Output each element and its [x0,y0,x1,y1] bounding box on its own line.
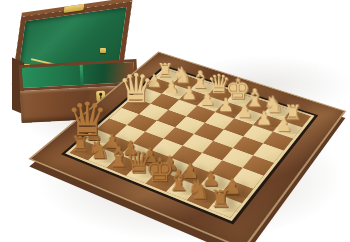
piece-golden-bishop[interactable]: ♝ [106,143,129,171]
square[interactable] [263,132,293,151]
brass-nameplate [64,4,85,13]
piece-golden-pawn[interactable]: ♟ [138,145,161,165]
square[interactable]: ♚ [225,92,253,108]
square[interactable] [194,123,224,141]
piece-golden-pawn[interactable]: ♟ [158,153,182,173]
piece-boxwood-pawn[interactable]: ♟ [197,90,218,108]
square[interactable]: ♛ [207,86,235,102]
piece-boxwood-bishop[interactable]: ♝ [189,68,209,92]
extra-boxwood-queen[interactable]: ♛ [117,68,155,108]
piece-boxwood-king[interactable]: ♚ [225,75,246,103]
square[interactable]: ♟ [162,84,190,100]
piece-golden-queen[interactable]: ♛ [125,148,149,178]
square[interactable] [232,168,264,189]
square[interactable]: ♝ [107,155,139,175]
brass-hinge-right [100,48,106,53]
square[interactable] [224,118,253,136]
square[interactable] [202,141,233,160]
extra-golden-queen[interactable]: ♛ [66,96,108,142]
square[interactable]: ♟ [199,173,232,195]
square[interactable]: ♚ [146,170,179,191]
square[interactable]: ♝ [244,98,272,115]
square[interactable] [168,100,197,117]
piece-golden-pawn[interactable]: ♟ [178,161,202,182]
box-compartment-divider [80,65,84,85]
square[interactable] [222,148,253,168]
piece-boxwood-pawn[interactable]: ♟ [161,78,182,96]
square[interactable] [183,134,214,153]
product-photo-scene: ♜♞♝♛♚♝♞♜♟♟♟♟♟♟♟♟♟♟♟♟♟♟♟♟♜♞♝♛♚♝♞♜ ♛ ♛ [0,0,350,242]
square[interactable] [191,153,223,173]
square[interactable]: ♟ [234,108,263,125]
square[interactable] [186,106,215,123]
square[interactable]: ♜ [208,195,242,218]
square[interactable]: ♟ [220,181,253,203]
square[interactable]: ♜ [282,110,310,127]
square[interactable]: ♝ [166,178,199,200]
piece-boxwood-pawn[interactable]: ♟ [253,109,275,128]
square[interactable] [243,125,273,143]
square[interactable] [233,136,263,155]
square[interactable]: ♟ [139,150,171,170]
piece-boxwood-knight[interactable]: ♞ [172,64,192,86]
piece-golden-king[interactable]: ♚ [145,154,169,187]
piece-boxwood-pawn[interactable]: ♟ [215,96,236,114]
square[interactable]: ♞ [88,148,120,168]
square[interactable]: ♟ [215,102,244,119]
square[interactable]: ♟ [159,158,191,179]
piece-boxwood-pawn[interactable]: ♟ [234,102,255,121]
piece-golden-pawn[interactable]: ♟ [220,176,244,197]
piece-golden-bishop[interactable]: ♝ [165,166,189,195]
piece-backdrop-shadow [205,55,350,115]
square[interactable] [171,146,202,166]
square[interactable] [243,155,274,175]
square[interactable]: ♛ [126,163,159,184]
piece-boxwood-pawn[interactable]: ♟ [179,84,200,102]
piece-golden-knight[interactable]: ♞ [186,176,211,203]
square[interactable]: ♟ [120,143,152,163]
piece-boxwood-bishop[interactable]: ♝ [244,85,265,110]
piece-boxwood-rook[interactable]: ♜ [282,102,304,123]
square[interactable]: ♞ [172,75,199,90]
square[interactable]: ♟ [273,121,302,139]
piece-golden-rook[interactable]: ♜ [208,188,233,212]
square[interactable]: ♞ [263,104,291,121]
square[interactable]: ♟ [197,96,225,112]
square[interactable] [253,143,283,163]
piece-golden-pawn[interactable]: ♟ [199,168,223,189]
square[interactable] [211,160,243,181]
square[interactable]: ♟ [253,114,282,132]
piece-boxwood-knight[interactable]: ♞ [263,93,284,116]
square[interactable]: ♟ [179,90,207,106]
square[interactable] [164,127,194,145]
square[interactable]: ♝ [190,80,218,95]
square[interactable]: ♞ [187,186,220,209]
square[interactable] [175,116,205,134]
square[interactable] [205,112,234,129]
square[interactable]: ♟ [179,165,211,186]
piece-boxwood-pawn[interactable]: ♟ [273,115,295,134]
piece-boxwood-queen[interactable]: ♛ [207,72,228,98]
square[interactable] [213,129,243,148]
